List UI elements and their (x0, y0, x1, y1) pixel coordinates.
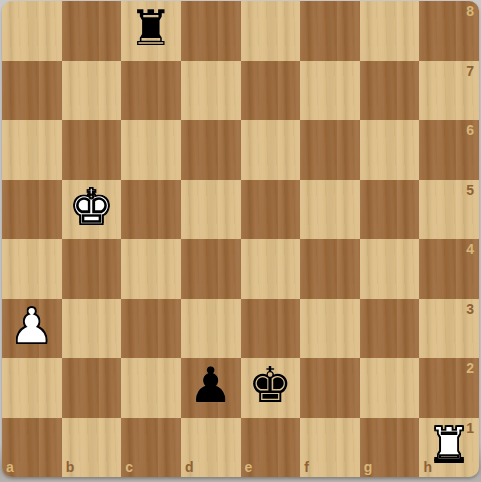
square-d8[interactable] (181, 1, 241, 61)
square-g6[interactable] (360, 120, 420, 180)
square-e6[interactable] (241, 120, 301, 180)
square-g2[interactable] (360, 358, 420, 418)
square-g3[interactable] (360, 299, 420, 359)
square-a6[interactable] (2, 120, 62, 180)
square-h1[interactable]: h1♜ (419, 418, 479, 478)
square-d6[interactable] (181, 120, 241, 180)
file-label-g: g (364, 459, 373, 475)
square-f8[interactable] (300, 1, 360, 61)
square-c5[interactable] (121, 180, 181, 240)
square-a3[interactable]: ♟ (2, 299, 62, 359)
file-label-e: e (245, 459, 253, 475)
black-king[interactable]: ♚ (248, 361, 292, 410)
square-g8[interactable] (360, 1, 420, 61)
square-h8[interactable]: 8 (419, 1, 479, 61)
square-e2[interactable]: ♚ (241, 358, 301, 418)
square-h7[interactable]: 7 (419, 61, 479, 121)
black-pawn[interactable]: ♟ (189, 361, 233, 410)
square-c2[interactable] (121, 358, 181, 418)
square-c8[interactable]: ♜ (121, 1, 181, 61)
white-pawn[interactable]: ♟ (10, 302, 54, 351)
square-g1[interactable]: g (360, 418, 420, 478)
square-h5[interactable]: 5 (419, 180, 479, 240)
square-f2[interactable] (300, 358, 360, 418)
square-c7[interactable] (121, 61, 181, 121)
square-b4[interactable] (62, 239, 122, 299)
square-d4[interactable] (181, 239, 241, 299)
square-e8[interactable] (241, 1, 301, 61)
square-b1[interactable]: b (62, 418, 122, 478)
chess-board: ♜876♚54♟3♟♚2abcdefgh1♜ (2, 1, 479, 477)
square-f6[interactable] (300, 120, 360, 180)
square-a4[interactable] (2, 239, 62, 299)
square-h3[interactable]: 3 (419, 299, 479, 359)
square-h6[interactable]: 6 (419, 120, 479, 180)
square-h2[interactable]: 2 (419, 358, 479, 418)
square-f1[interactable]: f (300, 418, 360, 478)
square-f7[interactable] (300, 61, 360, 121)
square-g4[interactable] (360, 239, 420, 299)
rank-label-5: 5 (466, 182, 474, 198)
file-label-f: f (304, 459, 309, 475)
square-g5[interactable] (360, 180, 420, 240)
square-a2[interactable] (2, 358, 62, 418)
file-label-c: c (125, 459, 133, 475)
square-e3[interactable] (241, 299, 301, 359)
square-d3[interactable] (181, 299, 241, 359)
white-rook[interactable]: ♜ (427, 421, 471, 470)
square-e5[interactable] (241, 180, 301, 240)
square-f4[interactable] (300, 239, 360, 299)
rank-label-3: 3 (466, 301, 474, 317)
square-a7[interactable] (2, 61, 62, 121)
square-b5[interactable]: ♚ (62, 180, 122, 240)
square-h4[interactable]: 4 (419, 239, 479, 299)
file-label-a: a (6, 459, 14, 475)
square-b6[interactable] (62, 120, 122, 180)
square-f5[interactable] (300, 180, 360, 240)
square-f3[interactable] (300, 299, 360, 359)
square-a5[interactable] (2, 180, 62, 240)
square-b7[interactable] (62, 61, 122, 121)
square-d1[interactable]: d (181, 418, 241, 478)
rank-label-2: 2 (466, 360, 474, 376)
square-c6[interactable] (121, 120, 181, 180)
square-b2[interactable] (62, 358, 122, 418)
file-label-b: b (66, 459, 75, 475)
page-background: ♜876♚54♟3♟♚2abcdefgh1♜ (0, 0, 481, 482)
square-c3[interactable] (121, 299, 181, 359)
rank-label-7: 7 (466, 63, 474, 79)
square-a8[interactable] (2, 1, 62, 61)
rank-label-4: 4 (466, 241, 474, 257)
square-d2[interactable]: ♟ (181, 358, 241, 418)
white-king[interactable]: ♚ (69, 183, 113, 232)
file-label-d: d (185, 459, 194, 475)
square-b3[interactable] (62, 299, 122, 359)
square-c4[interactable] (121, 239, 181, 299)
rank-label-6: 6 (466, 122, 474, 138)
black-rook[interactable]: ♜ (129, 4, 173, 53)
square-d5[interactable] (181, 180, 241, 240)
square-e1[interactable]: e (241, 418, 301, 478)
square-c1[interactable]: c (121, 418, 181, 478)
square-a1[interactable]: a (2, 418, 62, 478)
square-b8[interactable] (62, 1, 122, 61)
square-e7[interactable] (241, 61, 301, 121)
square-d7[interactable] (181, 61, 241, 121)
square-e4[interactable] (241, 239, 301, 299)
square-g7[interactable] (360, 61, 420, 121)
rank-label-8: 8 (466, 3, 474, 19)
